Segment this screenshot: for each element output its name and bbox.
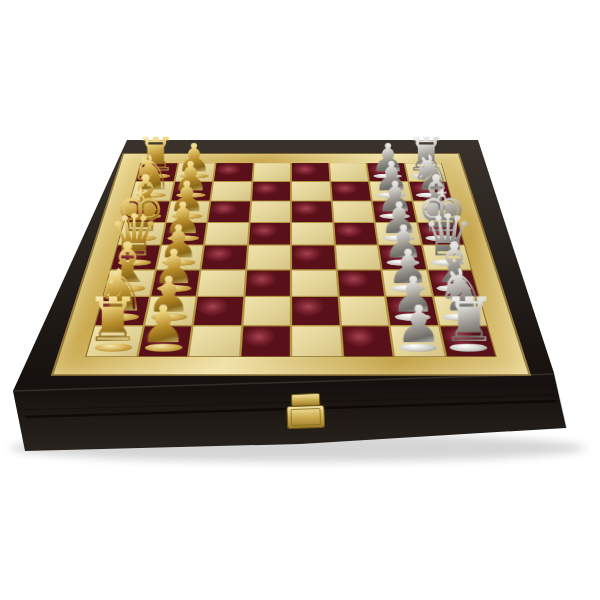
square-h4[interactable] bbox=[253, 163, 290, 181]
silver-pawn[interactable]: ♟ bbox=[395, 299, 441, 351]
square-g3[interactable] bbox=[211, 182, 251, 201]
square-h3[interactable] bbox=[214, 163, 252, 181]
brass-clasp bbox=[286, 393, 324, 428]
square-d4[interactable] bbox=[247, 246, 290, 270]
board-frame: ♜♟♟♜♞♟♟♞♝♟♟♝♚♟♟♚♛♟♟♛♝♟♟♝♞♟♟♞♜♟♟♜ bbox=[51, 153, 532, 376]
square-a3[interactable] bbox=[189, 326, 240, 356]
square-g6[interactable] bbox=[331, 182, 371, 201]
square-h6[interactable] bbox=[330, 163, 368, 181]
silver-rook[interactable]: ♜ bbox=[442, 289, 497, 350]
square-g5[interactable] bbox=[292, 182, 331, 201]
square-b5[interactable] bbox=[292, 297, 339, 325]
square-a2[interactable]: ♟ bbox=[138, 326, 191, 356]
square-h5[interactable] bbox=[292, 163, 329, 181]
square-f5[interactable] bbox=[292, 201, 332, 221]
square-c6[interactable] bbox=[337, 270, 384, 295]
square-a6[interactable] bbox=[341, 326, 392, 356]
square-a4[interactable] bbox=[241, 326, 290, 356]
square-e6[interactable] bbox=[334, 223, 377, 245]
square-f3[interactable] bbox=[208, 201, 249, 221]
square-a7[interactable]: ♟ bbox=[391, 326, 444, 356]
square-b4[interactable] bbox=[243, 297, 290, 325]
board-perspective-wrapper: ♜♟♟♜♞♟♟♞♝♟♟♝♚♟♟♚♛♟♟♛♝♟♟♝♞♟♟♞♜♟♟♜ bbox=[51, 153, 532, 376]
square-g4[interactable] bbox=[252, 182, 291, 201]
square-a8[interactable]: ♜ bbox=[440, 326, 496, 356]
gold-rook[interactable]: ♜ bbox=[85, 289, 140, 350]
board-grid: ♜♟♟♜♞♟♟♞♝♟♟♝♚♟♟♚♛♟♟♛♝♟♟♝♞♟♟♞♜♟♟♜ bbox=[85, 163, 497, 357]
square-d3[interactable] bbox=[202, 246, 247, 270]
square-e4[interactable] bbox=[249, 223, 290, 245]
square-c3[interactable] bbox=[198, 270, 245, 295]
square-c4[interactable] bbox=[245, 270, 290, 295]
square-a5[interactable] bbox=[292, 326, 341, 356]
square-e3[interactable] bbox=[205, 223, 248, 245]
square-c5[interactable] bbox=[292, 270, 337, 295]
clasp-hinge bbox=[291, 393, 319, 406]
square-d5[interactable] bbox=[292, 246, 335, 270]
square-b3[interactable] bbox=[194, 297, 243, 325]
square-e5[interactable] bbox=[292, 223, 333, 245]
square-d6[interactable] bbox=[336, 246, 381, 270]
square-f4[interactable] bbox=[250, 201, 290, 221]
square-a1[interactable]: ♜ bbox=[87, 326, 143, 356]
square-f6[interactable] bbox=[332, 201, 373, 221]
product-photo-scene: ♜♟♟♜♞♟♟♞♝♟♟♝♚♟♟♚♛♟♟♛♝♟♟♝♞♟♟♞♜♟♟♜ bbox=[0, 0, 600, 600]
gold-pawn[interactable]: ♟ bbox=[140, 299, 186, 351]
square-b6[interactable] bbox=[339, 297, 388, 325]
